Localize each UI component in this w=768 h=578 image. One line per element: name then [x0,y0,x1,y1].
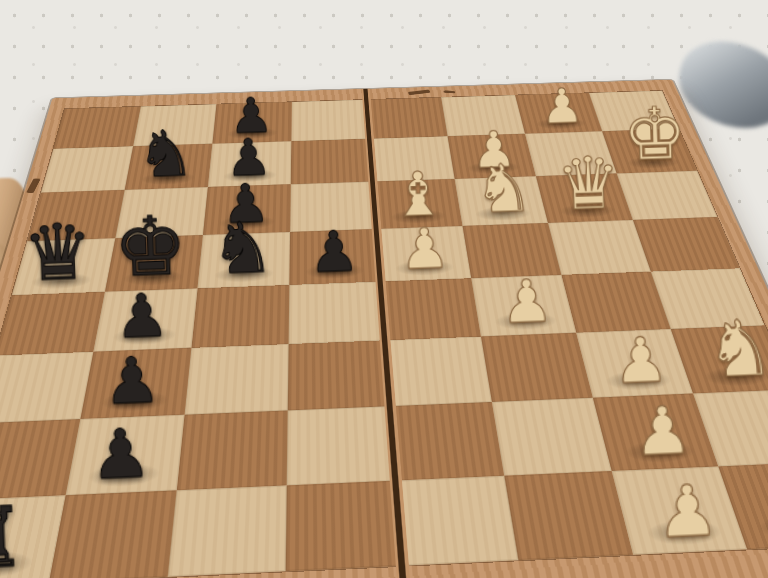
black-pawn-d7[interactable]: ♟ [114,286,170,347]
square-g8[interactable] [41,146,133,192]
square-d6[interactable] [191,285,289,348]
square-h4[interactable] [367,97,448,138]
hinge-mark [443,90,455,93]
square-a5[interactable] [286,481,403,571]
square-b4[interactable] [390,402,504,481]
white-pawn-c2[interactable]: ♟ [612,329,669,393]
white-pawn-e4[interactable]: ♟ [399,221,451,278]
square-a6[interactable] [168,486,287,577]
square-f3[interactable]: ♞ [455,176,548,226]
square-d8[interactable] [0,292,105,356]
white-pawn-h2[interactable]: ♟ [540,82,584,131]
white-queen-f2[interactable]: ♛ [555,146,621,220]
square-c7[interactable]: ♟ [80,348,191,419]
square-d3[interactable]: ♟ [471,275,576,337]
square-c5[interactable] [288,340,390,410]
black-king-e7[interactable]: ♚ [112,205,188,289]
square-a4[interactable] [396,476,518,566]
square-c4[interactable] [385,337,492,407]
square-e5[interactable]: ♟ [289,229,380,285]
square-b6[interactable] [177,410,288,490]
square-e1[interactable] [633,217,740,272]
square-a3[interactable] [504,471,633,560]
square-c3[interactable] [481,333,593,402]
white-knight-f3[interactable]: ♞ [473,155,534,223]
square-b5[interactable] [287,406,396,485]
square-e2[interactable] [548,220,651,275]
square-e8[interactable]: ♛ [12,238,115,295]
black-pawn-b7[interactable]: ♟ [89,420,152,490]
black-pawn-c7[interactable]: ♟ [102,349,161,414]
square-a7[interactable] [49,490,177,578]
chess-board: ♟♟♞♟♟♚♟♝♞♛♛♚♞♟♟♟♟♟♟♞♟♟♜♟♜ [0,80,768,578]
square-b2[interactable]: ♟ [593,394,718,472]
hinge-mark [408,90,431,96]
square-h5[interactable] [291,100,369,142]
square-h2[interactable]: ♟ [515,93,602,134]
black-queen-e8[interactable]: ♛ [21,212,94,292]
white-rook-a1[interactable]: ♜ [763,460,768,544]
square-d5[interactable] [289,282,386,344]
square-e4[interactable]: ♟ [377,226,472,282]
white-pawn-b2[interactable]: ♟ [632,397,693,465]
white-knight-c1[interactable]: ♞ [704,309,768,389]
square-b7[interactable]: ♟ [66,415,185,496]
square-c6[interactable] [184,344,288,415]
square-d7[interactable]: ♟ [93,288,197,351]
white-pawn-a2[interactable]: ♟ [655,475,720,548]
white-pawn-d3[interactable]: ♟ [500,272,554,333]
hinge-mark [26,178,41,193]
black-knight-e6[interactable]: ♞ [209,212,275,285]
square-d4[interactable] [381,278,481,340]
table-surface: ♟♟♞♟♟♚♟♝♞♛♛♚♞♟♟♟♟♟♟♞♟♟♜♟♜ [0,0,768,578]
black-knight-g7[interactable]: ♞ [136,121,196,187]
square-g5[interactable] [291,139,373,185]
square-f2[interactable]: ♛ [536,173,633,223]
white-king-g1[interactable]: ♚ [622,97,688,171]
square-b3[interactable] [492,398,612,476]
black-rook-a8[interactable]: ♜ [0,496,28,578]
black-pawn-e5[interactable]: ♟ [308,224,360,282]
square-c8[interactable] [0,352,93,424]
square-h8[interactable] [53,106,140,148]
square-e6[interactable]: ♞ [198,232,291,288]
square-g7[interactable]: ♞ [125,144,213,190]
square-f1[interactable] [617,171,718,220]
board-frame: ♟♟♞♟♟♚♟♝♞♛♛♚♞♟♟♟♟♟♟♞♟♟♜♟♜ [0,80,768,578]
